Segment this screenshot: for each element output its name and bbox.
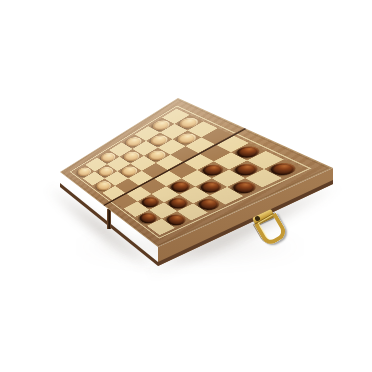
fold-gap-side bbox=[107, 209, 111, 229]
board-frame bbox=[60, 98, 333, 247]
checkers-board bbox=[60, 98, 333, 247]
product-photo-stage bbox=[0, 0, 372, 372]
brass-latch[interactable] bbox=[250, 210, 290, 246]
